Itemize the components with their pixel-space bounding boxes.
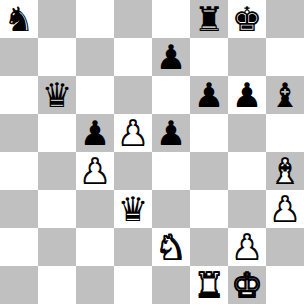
square-e3[interactable] xyxy=(152,190,190,228)
square-b2[interactable] xyxy=(38,228,76,266)
square-c6[interactable] xyxy=(76,76,114,114)
square-a5[interactable] xyxy=(0,114,38,152)
square-h1[interactable] xyxy=(266,266,304,304)
square-g5[interactable] xyxy=(228,114,266,152)
square-g2[interactable]: ♟ xyxy=(228,228,266,266)
square-f6[interactable]: ♟ xyxy=(190,76,228,114)
square-b1[interactable] xyxy=(38,266,76,304)
square-g4[interactable] xyxy=(228,152,266,190)
square-a4[interactable] xyxy=(0,152,38,190)
black-pawn[interactable]: ♟ xyxy=(156,38,186,76)
square-f4[interactable] xyxy=(190,152,228,190)
white-knight[interactable]: ♞ xyxy=(156,228,186,266)
square-h2[interactable] xyxy=(266,228,304,266)
square-c4[interactable]: ♟ xyxy=(76,152,114,190)
white-pawn[interactable]: ♟ xyxy=(270,190,300,228)
black-pawn[interactable]: ♟ xyxy=(194,76,224,114)
square-b5[interactable] xyxy=(38,114,76,152)
black-king[interactable]: ♚ xyxy=(232,0,262,38)
black-bishop[interactable]: ♝ xyxy=(270,76,300,114)
square-h3[interactable]: ♟ xyxy=(266,190,304,228)
square-d6[interactable] xyxy=(114,76,152,114)
square-g3[interactable] xyxy=(228,190,266,228)
square-c5[interactable]: ♟ xyxy=(76,114,114,152)
black-rook[interactable]: ♜ xyxy=(194,0,224,38)
square-d1[interactable] xyxy=(114,266,152,304)
chess-board: ♞♜♚♟♛♟♟♝♟♟♟♟♝♛♟♞♟♜♚ xyxy=(0,0,304,304)
square-d4[interactable] xyxy=(114,152,152,190)
square-f5[interactable] xyxy=(190,114,228,152)
square-a3[interactable] xyxy=(0,190,38,228)
black-queen[interactable]: ♛ xyxy=(42,76,72,114)
square-h6[interactable]: ♝ xyxy=(266,76,304,114)
square-d8[interactable] xyxy=(114,0,152,38)
square-d3[interactable]: ♛ xyxy=(114,190,152,228)
square-b7[interactable] xyxy=(38,38,76,76)
square-a7[interactable] xyxy=(0,38,38,76)
square-d5[interactable]: ♟ xyxy=(114,114,152,152)
black-pawn[interactable]: ♟ xyxy=(156,114,186,152)
white-bishop[interactable]: ♝ xyxy=(270,152,300,190)
square-c3[interactable] xyxy=(76,190,114,228)
square-f7[interactable] xyxy=(190,38,228,76)
square-d7[interactable] xyxy=(114,38,152,76)
white-rook[interactable]: ♜ xyxy=(194,266,224,304)
square-b4[interactable] xyxy=(38,152,76,190)
chessboard-container: ♞♜♚♟♛♟♟♝♟♟♟♟♝♛♟♞♟♜♚ xyxy=(0,0,304,304)
square-a2[interactable] xyxy=(0,228,38,266)
square-c8[interactable] xyxy=(76,0,114,38)
square-c2[interactable] xyxy=(76,228,114,266)
square-f8[interactable]: ♜ xyxy=(190,0,228,38)
black-knight[interactable]: ♞ xyxy=(4,0,34,38)
square-g1[interactable]: ♚ xyxy=(228,266,266,304)
square-e1[interactable] xyxy=(152,266,190,304)
square-e5[interactable]: ♟ xyxy=(152,114,190,152)
square-b8[interactable] xyxy=(38,0,76,38)
square-b6[interactable]: ♛ xyxy=(38,76,76,114)
square-f1[interactable]: ♜ xyxy=(190,266,228,304)
square-e4[interactable] xyxy=(152,152,190,190)
square-c7[interactable] xyxy=(76,38,114,76)
square-f3[interactable] xyxy=(190,190,228,228)
square-h7[interactable] xyxy=(266,38,304,76)
black-pawn[interactable]: ♟ xyxy=(80,114,110,152)
white-pawn[interactable]: ♟ xyxy=(80,152,110,190)
white-pawn[interactable]: ♟ xyxy=(118,114,148,152)
square-g8[interactable]: ♚ xyxy=(228,0,266,38)
square-e8[interactable] xyxy=(152,0,190,38)
square-e7[interactable]: ♟ xyxy=(152,38,190,76)
square-h8[interactable] xyxy=(266,0,304,38)
white-king[interactable]: ♚ xyxy=(232,266,262,304)
square-e6[interactable] xyxy=(152,76,190,114)
square-a1[interactable] xyxy=(0,266,38,304)
square-e2[interactable]: ♞ xyxy=(152,228,190,266)
black-pawn[interactable]: ♟ xyxy=(232,76,262,114)
square-h4[interactable]: ♝ xyxy=(266,152,304,190)
square-f2[interactable] xyxy=(190,228,228,266)
square-g7[interactable] xyxy=(228,38,266,76)
square-g6[interactable]: ♟ xyxy=(228,76,266,114)
square-a8[interactable]: ♞ xyxy=(0,0,38,38)
square-c1[interactable] xyxy=(76,266,114,304)
white-pawn[interactable]: ♟ xyxy=(232,228,262,266)
square-d2[interactable] xyxy=(114,228,152,266)
square-a6[interactable] xyxy=(0,76,38,114)
black-queen[interactable]: ♛ xyxy=(118,190,148,228)
square-h5[interactable] xyxy=(266,114,304,152)
square-b3[interactable] xyxy=(38,190,76,228)
